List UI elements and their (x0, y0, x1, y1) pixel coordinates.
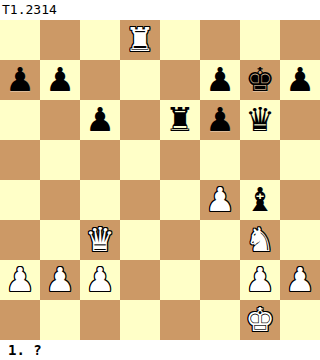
square-e6[interactable]: ♜ (160, 100, 200, 140)
square-g2[interactable]: ♟ (240, 260, 280, 300)
square-g5[interactable] (240, 140, 280, 180)
piece-white-queen[interactable]: ♛ (85, 220, 115, 260)
square-g1[interactable]: ♚ (240, 300, 280, 340)
piece-black-pawn[interactable]: ♟ (45, 60, 75, 100)
square-g8[interactable] (240, 20, 280, 60)
square-g3[interactable]: ♞ (240, 220, 280, 260)
square-a6[interactable] (0, 100, 40, 140)
puzzle-id-title: T1.2314 (0, 0, 320, 20)
square-h5[interactable] (280, 140, 320, 180)
square-h7[interactable]: ♟ (280, 60, 320, 100)
piece-black-king[interactable]: ♚ (245, 60, 275, 100)
square-h8[interactable] (280, 20, 320, 60)
square-b7[interactable]: ♟ (40, 60, 80, 100)
square-c3[interactable]: ♛ (80, 220, 120, 260)
piece-white-pawn[interactable]: ♟ (245, 260, 275, 300)
piece-black-pawn[interactable]: ♟ (205, 60, 235, 100)
square-f2[interactable] (200, 260, 240, 300)
piece-black-bishop[interactable]: ♝ (245, 180, 275, 220)
square-h4[interactable] (280, 180, 320, 220)
square-a5[interactable] (0, 140, 40, 180)
square-a8[interactable] (0, 20, 40, 60)
square-h6[interactable] (280, 100, 320, 140)
piece-white-pawn[interactable]: ♟ (45, 260, 75, 300)
square-d6[interactable] (120, 100, 160, 140)
piece-black-pawn[interactable]: ♟ (285, 60, 315, 100)
square-b8[interactable] (40, 20, 80, 60)
piece-white-rook[interactable]: ♜ (125, 20, 155, 60)
piece-black-rook[interactable]: ♜ (165, 100, 195, 140)
square-g6[interactable]: ♛ (240, 100, 280, 140)
piece-white-knight[interactable]: ♞ (245, 220, 275, 260)
square-b6[interactable] (40, 100, 80, 140)
square-e4[interactable] (160, 180, 200, 220)
square-c2[interactable]: ♟ (80, 260, 120, 300)
move-prompt: 1. ? (0, 340, 320, 360)
piece-black-pawn[interactable]: ♟ (85, 100, 115, 140)
square-d7[interactable] (120, 60, 160, 100)
piece-white-pawn[interactable]: ♟ (5, 260, 35, 300)
piece-white-king[interactable]: ♚ (245, 300, 275, 340)
square-c4[interactable] (80, 180, 120, 220)
square-g7[interactable]: ♚ (240, 60, 280, 100)
piece-black-pawn[interactable]: ♟ (5, 60, 35, 100)
square-c5[interactable] (80, 140, 120, 180)
square-f6[interactable]: ♟ (200, 100, 240, 140)
square-d4[interactable] (120, 180, 160, 220)
square-a2[interactable]: ♟ (0, 260, 40, 300)
square-b4[interactable] (40, 180, 80, 220)
square-b1[interactable] (40, 300, 80, 340)
square-e8[interactable] (160, 20, 200, 60)
square-e1[interactable] (160, 300, 200, 340)
square-a7[interactable]: ♟ (0, 60, 40, 100)
chess-board: ♜♟♟♟♚♟♟♜♟♛♟♝♛♞♟♟♟♟♟♚ (0, 20, 320, 340)
square-h3[interactable] (280, 220, 320, 260)
square-c6[interactable]: ♟ (80, 100, 120, 140)
square-d2[interactable] (120, 260, 160, 300)
square-f1[interactable] (200, 300, 240, 340)
square-c7[interactable] (80, 60, 120, 100)
piece-white-pawn[interactable]: ♟ (85, 260, 115, 300)
square-e7[interactable] (160, 60, 200, 100)
square-b5[interactable] (40, 140, 80, 180)
square-f4[interactable]: ♟ (200, 180, 240, 220)
piece-black-pawn[interactable]: ♟ (205, 100, 235, 140)
square-d8[interactable]: ♜ (120, 20, 160, 60)
square-f3[interactable] (200, 220, 240, 260)
square-f8[interactable] (200, 20, 240, 60)
square-e2[interactable] (160, 260, 200, 300)
piece-black-queen[interactable]: ♛ (245, 100, 275, 140)
square-h1[interactable] (280, 300, 320, 340)
square-d3[interactable] (120, 220, 160, 260)
square-d1[interactable] (120, 300, 160, 340)
square-a4[interactable] (0, 180, 40, 220)
square-e3[interactable] (160, 220, 200, 260)
square-a3[interactable] (0, 220, 40, 260)
square-c1[interactable] (80, 300, 120, 340)
square-b3[interactable] (40, 220, 80, 260)
square-f5[interactable] (200, 140, 240, 180)
piece-white-pawn[interactable]: ♟ (285, 260, 315, 300)
square-h2[interactable]: ♟ (280, 260, 320, 300)
piece-white-pawn[interactable]: ♟ (205, 180, 235, 220)
square-e5[interactable] (160, 140, 200, 180)
square-g4[interactable]: ♝ (240, 180, 280, 220)
square-c8[interactable] (80, 20, 120, 60)
square-d5[interactable] (120, 140, 160, 180)
square-f7[interactable]: ♟ (200, 60, 240, 100)
square-b2[interactable]: ♟ (40, 260, 80, 300)
square-a1[interactable] (0, 300, 40, 340)
